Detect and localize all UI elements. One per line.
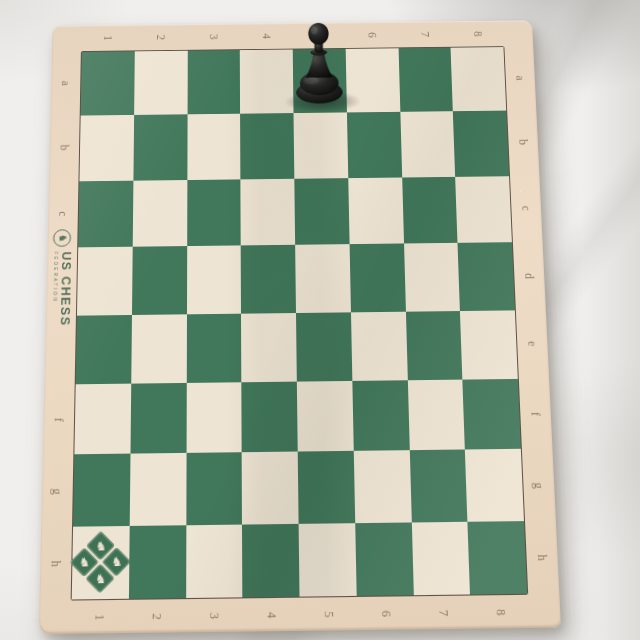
rank-label: 6 [357,596,415,630]
square-b2[interactable] [133,115,187,181]
square-c6[interactable] [348,177,404,244]
square-e3[interactable] [186,313,241,383]
square-c8[interactable] [455,176,512,243]
square-c2[interactable] [132,180,186,247]
square-c3[interactable] [187,179,241,246]
square-c4[interactable] [241,179,296,246]
square-a5[interactable] [293,49,347,114]
rank-label: 2 [128,599,186,633]
square-c5[interactable] [294,178,349,245]
square-b7[interactable] [400,112,455,178]
square-d5[interactable] [295,244,351,312]
knight-badge-icon: ♞ [53,229,71,247]
square-h6[interactable] [355,522,413,596]
square-h8[interactable] [468,521,527,595]
square-d3[interactable] [186,246,241,314]
rank-label: 6 [345,22,398,48]
square-g8[interactable] [465,449,524,521]
square-g2[interactable] [129,453,186,525]
square-d2[interactable] [132,246,187,314]
square-e7[interactable] [405,311,462,381]
file-label: g [41,455,73,527]
square-f4[interactable] [242,381,298,452]
square-b3[interactable] [187,114,241,180]
square-h3[interactable] [186,524,243,598]
square-b4[interactable] [240,113,294,179]
square-b8[interactable] [453,111,509,177]
square-c1[interactable] [78,180,133,247]
rank-label: 7 [398,21,452,47]
vinyl-mat: 12345678 ♞ US CHESS FEDERATION abcfgh ab… [39,20,561,634]
file-label: h [39,527,72,601]
square-f3[interactable] [186,382,242,453]
square-g3[interactable] [186,452,242,524]
square-h7[interactable] [411,521,470,595]
file-label: b [507,110,539,176]
rank-label: 8 [451,21,505,47]
square-g1[interactable] [73,454,130,526]
rank-label: 3 [185,598,242,632]
square-g4[interactable] [242,452,299,524]
square-g5[interactable] [298,451,355,523]
rank-label: 8 [471,595,530,629]
rank-label: 1 [70,600,128,634]
square-d8[interactable] [458,242,515,310]
file-label: f [43,384,75,455]
board-grid: ♞ ♞ ♞ ♞ [71,46,529,600]
square-c7[interactable] [402,177,458,244]
square-f6[interactable] [352,380,409,451]
rank-label: 3 [187,24,240,50]
file-label: h [525,521,559,595]
square-b6[interactable] [347,112,402,178]
square-f1[interactable] [74,383,131,454]
square-f5[interactable] [297,381,354,452]
file-label: c [510,175,543,242]
square-h5[interactable] [299,523,357,597]
square-d4[interactable] [241,245,296,313]
file-label: f [519,379,553,450]
file-label: g [522,449,556,521]
square-d7[interactable] [404,243,461,311]
black-pawn[interactable] [291,20,348,107]
square-d1[interactable] [77,247,132,315]
square-e8[interactable] [460,310,518,380]
file-label: e [516,310,549,380]
square-h1[interactable]: ♞ ♞ ♞ ♞ [72,526,130,600]
rank-label: 2 [134,24,187,50]
chess-board-mat: 12345678 ♞ US CHESS FEDERATION abcfgh ab… [39,20,561,634]
square-a8[interactable] [451,47,506,111]
logo-subtitle: FEDERATION [51,251,57,326]
square-g7[interactable] [409,450,467,522]
file-label: d [513,242,546,310]
square-e6[interactable] [351,311,408,381]
file-label: a [51,51,81,116]
photo-background: 12345678 ♞ US CHESS FEDERATION abcfgh ab… [0,0,640,640]
edge-bottom: 12345678 [70,595,530,634]
square-b1[interactable] [79,115,133,181]
square-f7[interactable] [407,379,465,450]
logo-title: US CHESS [58,251,72,326]
square-a2[interactable] [134,51,187,116]
square-g6[interactable] [354,450,412,522]
square-e5[interactable] [296,312,352,382]
us-chess-logo: ♞ US CHESS FEDERATION [51,229,72,326]
square-d6[interactable] [349,244,405,312]
corner-emblem: ♞ ♞ ♞ ♞ [72,526,130,600]
square-f2[interactable] [130,383,186,454]
square-e4[interactable] [241,313,297,383]
square-e2[interactable] [131,314,187,384]
square-e1[interactable] [76,314,132,384]
square-a3[interactable] [187,50,240,115]
file-label: b [49,115,80,181]
square-f8[interactable] [463,379,521,450]
square-a1[interactable] [81,51,135,116]
rank-label: 4 [242,598,300,632]
square-a7[interactable] [398,48,453,112]
file-label: a [504,46,536,110]
rank-label: 7 [414,596,472,630]
square-h4[interactable] [242,523,299,597]
rank-label: 4 [240,23,293,49]
square-b5[interactable] [294,113,349,179]
square-h2[interactable] [129,525,186,599]
rank-label: 1 [81,25,134,51]
four-knights-diamond-icon: ♞ ♞ ♞ ♞ [70,531,131,594]
rank-label: 5 [300,597,358,631]
